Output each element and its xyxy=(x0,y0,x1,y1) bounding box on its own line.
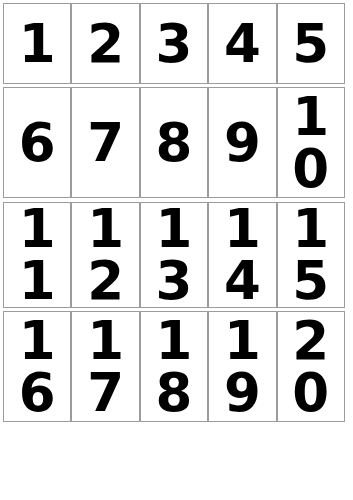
card-number: 2 xyxy=(87,18,124,70)
number-card-20: 2 0 xyxy=(277,311,345,422)
number-card-2: 2 xyxy=(71,3,139,84)
card-number: 3 xyxy=(156,18,193,70)
number-card-8: 8 xyxy=(140,87,208,198)
card-number: 9 xyxy=(224,117,261,169)
number-card-9: 9 xyxy=(208,87,276,198)
card-number: 1 8 xyxy=(156,315,193,419)
number-card-5: 5 xyxy=(277,3,345,84)
card-number: 4 xyxy=(224,18,261,70)
card-number: 1 9 xyxy=(224,315,261,419)
number-card-14: 1 4 xyxy=(208,202,276,308)
card-number: 1 5 xyxy=(292,203,329,307)
number-card-7: 7 xyxy=(71,87,139,198)
card-number: 1 6 xyxy=(19,315,56,419)
number-card-16: 1 6 xyxy=(3,311,71,422)
card-number: 5 xyxy=(292,18,329,70)
card-number: 8 xyxy=(156,117,193,169)
card-number: 1 7 xyxy=(87,315,124,419)
card-row-2: 6 7 8 9 1 0 xyxy=(3,87,345,198)
card-number: 7 xyxy=(87,117,124,169)
card-number: 1 0 xyxy=(292,91,329,195)
card-row-4: 1 6 1 7 1 8 1 9 2 0 xyxy=(3,311,345,422)
number-card-6: 6 xyxy=(3,87,71,198)
card-number: 1 1 xyxy=(19,203,56,307)
number-card-17: 1 7 xyxy=(71,311,139,422)
number-card-10: 1 0 xyxy=(277,87,345,198)
card-row-3: 1 1 1 2 1 3 1 4 1 5 xyxy=(3,202,345,308)
number-card-12: 1 2 xyxy=(71,202,139,308)
card-number: 1 4 xyxy=(224,203,261,307)
card-number: 1 xyxy=(19,18,56,70)
card-number: 2 0 xyxy=(292,315,329,419)
card-number: 1 3 xyxy=(156,203,193,307)
card-number: 1 2 xyxy=(87,203,124,307)
number-card-19: 1 9 xyxy=(208,311,276,422)
number-card-15: 1 5 xyxy=(277,202,345,308)
flashcard-sheet: 1 2 3 4 5 6 7 8 9 1 0 1 1 1 2 1 3 1 4 1 … xyxy=(3,3,345,422)
number-card-18: 1 8 xyxy=(140,311,208,422)
number-card-13: 1 3 xyxy=(140,202,208,308)
number-card-1: 1 xyxy=(3,3,71,84)
card-row-1: 1 2 3 4 5 xyxy=(3,3,345,84)
card-number: 6 xyxy=(19,117,56,169)
number-card-11: 1 1 xyxy=(3,202,71,308)
number-card-4: 4 xyxy=(208,3,276,84)
number-card-3: 3 xyxy=(140,3,208,84)
